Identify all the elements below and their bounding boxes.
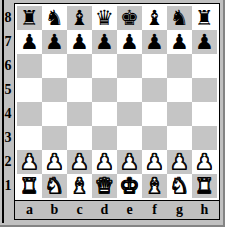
square-c8[interactable]: ♝ xyxy=(67,6,92,30)
file-label-e: e xyxy=(117,201,142,219)
square-g7[interactable]: ♟ xyxy=(167,30,192,54)
square-g1[interactable]: ♞ xyxy=(167,174,192,198)
piece-white-knight[interactable]: ♞ xyxy=(45,174,64,198)
piece-white-rook[interactable]: ♜ xyxy=(20,174,39,198)
piece-black-pawn[interactable]: ♟ xyxy=(170,30,189,54)
window-bottom-shadow xyxy=(0,225,225,227)
square-h6[interactable] xyxy=(192,54,217,78)
file-label-d: d xyxy=(92,201,117,219)
file-label-b: b xyxy=(42,201,67,219)
piece-white-pawn[interactable]: ♟ xyxy=(70,150,89,174)
piece-black-bishop[interactable]: ♝ xyxy=(145,6,164,30)
chess-app-window: 87654321 ♜♞♝♛♚♝♞♜♟♟♟♟♟♟♟♟♟♟♟♟♟♟♟♟♜♞♝♛♚♝♞… xyxy=(0,0,225,227)
square-f5[interactable] xyxy=(142,78,167,102)
piece-black-king[interactable]: ♚ xyxy=(120,6,139,30)
square-g8[interactable]: ♞ xyxy=(167,6,192,30)
square-a5[interactable] xyxy=(17,78,42,102)
square-a3[interactable] xyxy=(17,126,42,150)
square-h7[interactable]: ♟ xyxy=(192,30,217,54)
piece-black-pawn[interactable]: ♟ xyxy=(95,30,114,54)
square-f2[interactable]: ♟ xyxy=(142,150,167,174)
piece-white-bishop[interactable]: ♝ xyxy=(70,174,89,198)
piece-black-knight[interactable]: ♞ xyxy=(170,6,189,30)
file-label-a: a xyxy=(17,201,42,219)
square-g2[interactable]: ♟ xyxy=(167,150,192,174)
square-b5[interactable] xyxy=(42,78,67,102)
square-g5[interactable] xyxy=(167,78,192,102)
square-f1[interactable]: ♝ xyxy=(142,174,167,198)
square-h2[interactable]: ♟ xyxy=(192,150,217,174)
piece-white-pawn[interactable]: ♟ xyxy=(195,150,214,174)
piece-black-bishop[interactable]: ♝ xyxy=(70,6,89,30)
file-label-f: f xyxy=(142,201,167,219)
square-b1[interactable]: ♞ xyxy=(42,174,67,198)
rank-label-2: 2 xyxy=(2,150,14,174)
square-f3[interactable] xyxy=(142,126,167,150)
square-e1[interactable]: ♚ xyxy=(117,174,142,198)
piece-white-pawn[interactable]: ♟ xyxy=(95,150,114,174)
rank-label-5: 5 xyxy=(2,78,14,102)
square-c1[interactable]: ♝ xyxy=(67,174,92,198)
square-d3[interactable] xyxy=(92,126,117,150)
square-e8[interactable]: ♚ xyxy=(117,6,142,30)
square-e4[interactable] xyxy=(117,102,142,126)
square-g3[interactable] xyxy=(167,126,192,150)
square-d8[interactable]: ♛ xyxy=(92,6,117,30)
board-frame: ♜♞♝♛♚♝♞♜♟♟♟♟♟♟♟♟♟♟♟♟♟♟♟♟♜♞♝♛♚♝♞♜ abcdefg… xyxy=(14,3,220,220)
square-e7[interactable]: ♟ xyxy=(117,30,142,54)
rank-label-8: 8 xyxy=(2,6,14,30)
square-d4[interactable] xyxy=(92,102,117,126)
square-b6[interactable] xyxy=(42,54,67,78)
piece-white-pawn[interactable]: ♟ xyxy=(20,150,39,174)
square-c3[interactable] xyxy=(67,126,92,150)
file-label-h: h xyxy=(192,201,217,219)
piece-black-knight[interactable]: ♞ xyxy=(45,6,64,30)
square-b4[interactable] xyxy=(42,102,67,126)
window-right-shadow xyxy=(223,0,225,227)
rank-label-4: 4 xyxy=(2,102,14,126)
file-label-g: g xyxy=(167,201,192,219)
square-d5[interactable] xyxy=(92,78,117,102)
square-f4[interactable] xyxy=(142,102,167,126)
piece-white-pawn[interactable]: ♟ xyxy=(45,150,64,174)
square-a2[interactable]: ♟ xyxy=(17,150,42,174)
square-g6[interactable] xyxy=(167,54,192,78)
square-h8[interactable]: ♜ xyxy=(192,6,217,30)
piece-black-rook[interactable]: ♜ xyxy=(195,6,214,30)
square-e5[interactable] xyxy=(117,78,142,102)
square-b7[interactable]: ♟ xyxy=(42,30,67,54)
piece-white-knight[interactable]: ♞ xyxy=(170,174,189,198)
piece-white-queen[interactable]: ♛ xyxy=(95,174,114,198)
chess-board: ♜♞♝♛♚♝♞♜♟♟♟♟♟♟♟♟♟♟♟♟♟♟♟♟♜♞♝♛♚♝♞♜ xyxy=(15,4,219,200)
rank-label-3: 3 xyxy=(2,126,14,150)
square-b2[interactable]: ♟ xyxy=(42,150,67,174)
rank-labels: 87654321 xyxy=(2,6,14,198)
piece-white-pawn[interactable]: ♟ xyxy=(120,150,139,174)
square-d1[interactable]: ♛ xyxy=(92,174,117,198)
square-h4[interactable] xyxy=(192,102,217,126)
piece-black-pawn[interactable]: ♟ xyxy=(145,30,164,54)
square-f8[interactable]: ♝ xyxy=(142,6,167,30)
square-a8[interactable]: ♜ xyxy=(17,6,42,30)
square-d6[interactable] xyxy=(92,54,117,78)
piece-black-pawn[interactable]: ♟ xyxy=(70,30,89,54)
square-d2[interactable]: ♟ xyxy=(92,150,117,174)
rank-label-1: 1 xyxy=(2,174,14,198)
square-b8[interactable]: ♞ xyxy=(42,6,67,30)
square-c7[interactable]: ♟ xyxy=(67,30,92,54)
piece-white-pawn[interactable]: ♟ xyxy=(170,150,189,174)
piece-white-rook[interactable]: ♜ xyxy=(195,174,214,198)
piece-white-bishop[interactable]: ♝ xyxy=(145,174,164,198)
square-e3[interactable] xyxy=(117,126,142,150)
square-g4[interactable] xyxy=(167,102,192,126)
square-c4[interactable] xyxy=(67,102,92,126)
piece-white-pawn[interactable]: ♟ xyxy=(145,150,164,174)
square-a4[interactable] xyxy=(17,102,42,126)
rank-label-6: 6 xyxy=(2,54,14,78)
square-c6[interactable] xyxy=(67,54,92,78)
piece-black-pawn[interactable]: ♟ xyxy=(20,30,39,54)
rank-label-7: 7 xyxy=(2,30,14,54)
square-a1[interactable]: ♜ xyxy=(17,174,42,198)
square-e2[interactable]: ♟ xyxy=(117,150,142,174)
square-f7[interactable]: ♟ xyxy=(142,30,167,54)
square-c5[interactable] xyxy=(67,78,92,102)
square-h5[interactable] xyxy=(192,78,217,102)
square-c2[interactable]: ♟ xyxy=(67,150,92,174)
piece-black-pawn[interactable]: ♟ xyxy=(120,30,139,54)
square-d7[interactable]: ♟ xyxy=(92,30,117,54)
piece-black-rook[interactable]: ♜ xyxy=(20,6,39,30)
square-e6[interactable] xyxy=(117,54,142,78)
square-h1[interactable]: ♜ xyxy=(192,174,217,198)
square-a7[interactable]: ♟ xyxy=(17,30,42,54)
piece-white-king[interactable]: ♚ xyxy=(120,174,139,198)
piece-black-pawn[interactable]: ♟ xyxy=(195,30,214,54)
file-label-c: c xyxy=(67,201,92,219)
piece-black-queen[interactable]: ♛ xyxy=(95,6,114,30)
square-a6[interactable] xyxy=(17,54,42,78)
square-b3[interactable] xyxy=(42,126,67,150)
square-h3[interactable] xyxy=(192,126,217,150)
file-labels: abcdefgh xyxy=(15,200,219,219)
piece-black-pawn[interactable]: ♟ xyxy=(45,30,64,54)
square-f6[interactable] xyxy=(142,54,167,78)
